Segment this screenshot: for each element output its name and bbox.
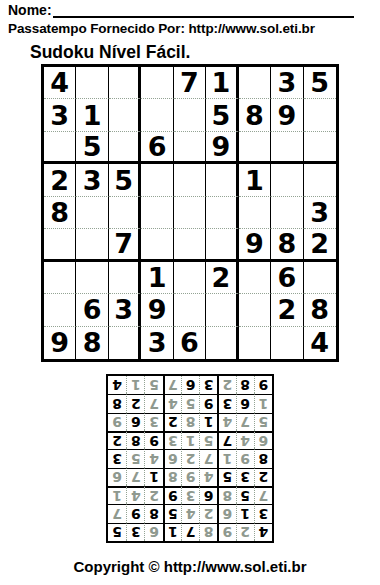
puzzle-cell-r2c4[interactable] [141, 99, 173, 131]
solution-cell-r4c8: 7 [126, 468, 144, 486]
puzzle-cell-r9c6[interactable] [206, 327, 238, 359]
solution-cell-r8c3: 3 [217, 394, 235, 412]
solution-cell-r2c5: 4 [181, 504, 199, 522]
solution-cell-r2c1: 3 [254, 504, 272, 522]
puzzle-cell-r8c3: 3 [109, 294, 141, 326]
puzzle-cell-r7c7[interactable] [239, 262, 271, 294]
puzzle-cell-r7c5[interactable] [174, 262, 206, 294]
puzzle-cell-r1c8: 3 [271, 67, 303, 99]
puzzle-cell-r8c2: 6 [76, 294, 108, 326]
puzzle-cell-r5c3[interactable] [109, 197, 141, 229]
puzzle-cell-r7c3[interactable] [109, 262, 141, 294]
solution-cell-r6c4: 5 [199, 431, 217, 449]
solution-cell-r5c2: 9 [236, 449, 254, 467]
solution-cell-r5c7: 4 [144, 449, 162, 467]
solution-cell-r3c3: 8 [217, 486, 235, 504]
puzzle-cell-r5c2[interactable] [76, 197, 108, 229]
name-label: Nome: [8, 2, 52, 18]
puzzle-cell-r1c3[interactable] [109, 67, 141, 99]
solution-cell-r5c3: 1 [217, 449, 235, 467]
solution-cell-r8c7: 7 [144, 394, 162, 412]
puzzle-cell-r7c4: 1 [141, 262, 173, 294]
puzzle-cell-r5c1: 8 [44, 197, 76, 229]
puzzle-cell-r4c1: 2 [44, 164, 76, 196]
puzzle-cell-r9c8[interactable] [271, 327, 303, 359]
puzzle-cell-r2c2: 1 [76, 99, 108, 131]
solution-cell-r6c8: 8 [126, 431, 144, 449]
solution-cell-r9c2: 8 [236, 376, 254, 394]
sudoku-puzzle-board: 471353158956923518379821266392898364 [41, 64, 339, 362]
solution-cell-r5c4: 7 [199, 449, 217, 467]
puzzle-cell-r9c2: 8 [76, 327, 108, 359]
puzzle-cell-r6c1[interactable] [44, 229, 76, 261]
puzzle-cell-r4c9[interactable] [304, 164, 336, 196]
solution-cell-r3c1: 7 [254, 486, 272, 504]
solution-cell-r6c6: 3 [163, 431, 181, 449]
puzzle-cell-r2c5[interactable] [174, 99, 206, 131]
puzzle-cell-r5c8[interactable] [271, 197, 303, 229]
puzzle-cell-r1c2[interactable] [76, 67, 108, 99]
solution-cell-r3c2: 5 [236, 486, 254, 504]
solution-cell-r9c9: 4 [108, 376, 126, 394]
puzzle-cell-r6c5[interactable] [174, 229, 206, 261]
solution-cell-r3c6: 9 [163, 486, 181, 504]
solution-cell-r9c5: 6 [181, 376, 199, 394]
solution-cell-r1c4: 8 [199, 523, 217, 541]
puzzle-cell-r3c6: 9 [206, 132, 238, 164]
solution-cell-r5c6: 6 [163, 449, 181, 467]
solution-cell-r9c6: 7 [163, 376, 181, 394]
puzzle-cell-r3c9[interactable] [304, 132, 336, 164]
puzzle-cell-r4c7: 1 [239, 164, 271, 196]
solution-cell-r2c3: 6 [217, 504, 235, 522]
solution-cell-r7c9: 9 [108, 413, 126, 431]
puzzle-cell-r8c1[interactable] [44, 294, 76, 326]
puzzle-cell-r8c4: 9 [141, 294, 173, 326]
puzzle-cell-r1c7[interactable] [239, 67, 271, 99]
solution-cell-r2c7: 8 [144, 504, 162, 522]
solution-cell-r1c6: 1 [163, 523, 181, 541]
puzzle-cell-r6c3: 7 [109, 229, 141, 261]
solution-cell-r5c1: 8 [254, 449, 272, 467]
worksheet-page: Nome: Passatempo Fornecido Por: http://w… [0, 0, 380, 585]
solution-cell-r4c2: 3 [236, 468, 254, 486]
solution-cell-r9c7: 5 [144, 376, 162, 394]
puzzle-cell-r7c8: 6 [271, 262, 303, 294]
puzzle-cell-r8c9: 8 [304, 294, 336, 326]
copyright-line: Copyright © http://www.sol.eti.br [0, 558, 380, 575]
puzzle-cell-r4c5[interactable] [174, 164, 206, 196]
solution-cell-r8c8: 2 [126, 394, 144, 412]
solution-cell-r8c4: 9 [199, 394, 217, 412]
puzzle-cell-r6c2[interactable] [76, 229, 108, 261]
solution-cell-r7c3: 4 [217, 413, 235, 431]
solution-cell-r6c7: 9 [144, 431, 162, 449]
puzzle-cell-r9c5: 6 [174, 327, 206, 359]
solution-cell-r2c6: 5 [163, 504, 181, 522]
page-title: Sudoku Nível Fácil. [30, 42, 190, 63]
puzzle-cell-r4c2: 3 [76, 164, 108, 196]
puzzle-cell-r3c8[interactable] [271, 132, 303, 164]
puzzle-cell-r8c7[interactable] [239, 294, 271, 326]
puzzle-cell-r2c6: 5 [206, 99, 238, 131]
solution-cell-r9c4: 3 [199, 376, 217, 394]
solution-cell-r7c8: 6 [126, 413, 144, 431]
solution-cell-r3c5: 3 [181, 486, 199, 504]
solution-cell-r8c5: 5 [181, 394, 199, 412]
solution-cell-r8c1: 1 [254, 394, 272, 412]
puzzle-cell-r1c9: 5 [304, 67, 336, 99]
sudoku-solution-board-rotated: 4298716353162458977586392412354981768917… [106, 374, 274, 543]
puzzle-cell-r3c3[interactable] [109, 132, 141, 164]
provider-line: Passatempo Fornecido Por: http://www.sol… [8, 21, 315, 36]
puzzle-cell-r1c4[interactable] [141, 67, 173, 99]
puzzle-cell-r9c3[interactable] [109, 327, 141, 359]
solution-cell-r2c2: 1 [236, 504, 254, 522]
puzzle-cell-r8c8: 2 [271, 294, 303, 326]
puzzle-cell-r7c1[interactable] [44, 262, 76, 294]
puzzle-cell-r2c9[interactable] [304, 99, 336, 131]
puzzle-cell-r7c9[interactable] [304, 262, 336, 294]
solution-cell-r3c7: 2 [144, 486, 162, 504]
puzzle-cell-r7c6: 2 [206, 262, 238, 294]
puzzle-cell-r5c9: 3 [304, 197, 336, 229]
solution-cell-r4c5: 9 [181, 468, 199, 486]
solution-cell-r4c9: 6 [108, 468, 126, 486]
solution-cell-r6c5: 1 [181, 431, 199, 449]
puzzle-cell-r6c6[interactable] [206, 229, 238, 261]
solution-cell-r7c4: 1 [199, 413, 217, 431]
name-row: Nome: [8, 2, 354, 18]
solution-cell-r6c9: 2 [108, 431, 126, 449]
solution-cell-r9c8: 1 [126, 376, 144, 394]
solution-cell-r1c2: 2 [236, 523, 254, 541]
puzzle-cell-r5c4[interactable] [141, 197, 173, 229]
puzzle-cell-r9c7[interactable] [239, 327, 271, 359]
puzzle-cell-r3c4: 6 [141, 132, 173, 164]
puzzle-cell-r1c6: 1 [206, 67, 238, 99]
puzzle-cell-r3c5[interactable] [174, 132, 206, 164]
solution-cell-r4c3: 5 [217, 468, 235, 486]
puzzle-cell-r4c6[interactable] [206, 164, 238, 196]
solution-cell-r4c6: 8 [163, 468, 181, 486]
solution-cell-r9c3: 2 [217, 376, 235, 394]
puzzle-cell-r4c3: 5 [109, 164, 141, 196]
solution-cell-r3c4: 6 [199, 486, 217, 504]
solution-cell-r7c2: 7 [236, 413, 254, 431]
puzzle-cell-r6c9: 2 [304, 229, 336, 261]
solution-cell-r5c9: 3 [108, 449, 126, 467]
solution-cell-r2c9: 7 [108, 504, 126, 522]
puzzle-cell-r6c8: 8 [271, 229, 303, 261]
solution-cell-r1c3: 9 [217, 523, 235, 541]
solution-cell-r1c8: 3 [126, 523, 144, 541]
puzzle-cell-r1c5: 7 [174, 67, 206, 99]
puzzle-cell-r3c2: 5 [76, 132, 108, 164]
puzzle-cell-r5c6[interactable] [206, 197, 238, 229]
puzzle-cell-r7c2[interactable] [76, 262, 108, 294]
solution-cell-r2c4: 2 [199, 504, 217, 522]
solution-cell-r3c9: 1 [108, 486, 126, 504]
solution-cell-r8c9: 8 [108, 394, 126, 412]
puzzle-cell-r9c4: 3 [141, 327, 173, 359]
puzzle-cell-r4c4[interactable] [141, 164, 173, 196]
solution-cell-r1c5: 7 [181, 523, 199, 541]
solution-cell-r5c8: 5 [126, 449, 144, 467]
puzzle-cell-r6c7: 9 [239, 229, 271, 261]
solution-cell-r7c1: 5 [254, 413, 272, 431]
solution-cell-r9c1: 9 [254, 376, 272, 394]
solution-cell-r7c7: 3 [144, 413, 162, 431]
solution-cell-r6c2: 4 [236, 431, 254, 449]
solution-cell-r1c1: 4 [254, 523, 272, 541]
solution-cell-r3c8: 4 [126, 486, 144, 504]
puzzle-cell-r5c5[interactable] [174, 197, 206, 229]
puzzle-cell-r4c8[interactable] [271, 164, 303, 196]
puzzle-cell-r5c7[interactable] [239, 197, 271, 229]
puzzle-cell-r3c1[interactable] [44, 132, 76, 164]
solution-cell-r5c5: 2 [181, 449, 199, 467]
puzzle-cell-r3c7[interactable] [239, 132, 271, 164]
solution-cell-r8c6: 4 [163, 394, 181, 412]
puzzle-cell-r2c7: 8 [239, 99, 271, 131]
puzzle-cell-r8c6[interactable] [206, 294, 238, 326]
solution-cell-r1c7: 6 [144, 523, 162, 541]
puzzle-cell-r2c1: 3 [44, 99, 76, 131]
solution-cell-r7c6: 2 [163, 413, 181, 431]
puzzle-cell-r6c4[interactable] [141, 229, 173, 261]
solution-cell-r2c8: 9 [126, 504, 144, 522]
solution-cell-r6c1: 6 [254, 431, 272, 449]
puzzle-cell-r2c3[interactable] [109, 99, 141, 131]
puzzle-cell-r1c1: 4 [44, 67, 76, 99]
name-underline [53, 3, 354, 18]
solution-cell-r4c4: 4 [199, 468, 217, 486]
puzzle-cell-r2c8: 9 [271, 99, 303, 131]
puzzle-cell-r9c1: 9 [44, 327, 76, 359]
puzzle-cell-r8c5[interactable] [174, 294, 206, 326]
puzzle-cell-r9c9: 4 [304, 327, 336, 359]
solution-cell-r6c3: 7 [217, 431, 235, 449]
solution-cell-r4c7: 1 [144, 468, 162, 486]
solution-cell-r7c5: 8 [181, 413, 199, 431]
solution-cell-r1c9: 5 [108, 523, 126, 541]
solution-cell-r8c2: 6 [236, 394, 254, 412]
solution-cell-r4c1: 2 [254, 468, 272, 486]
